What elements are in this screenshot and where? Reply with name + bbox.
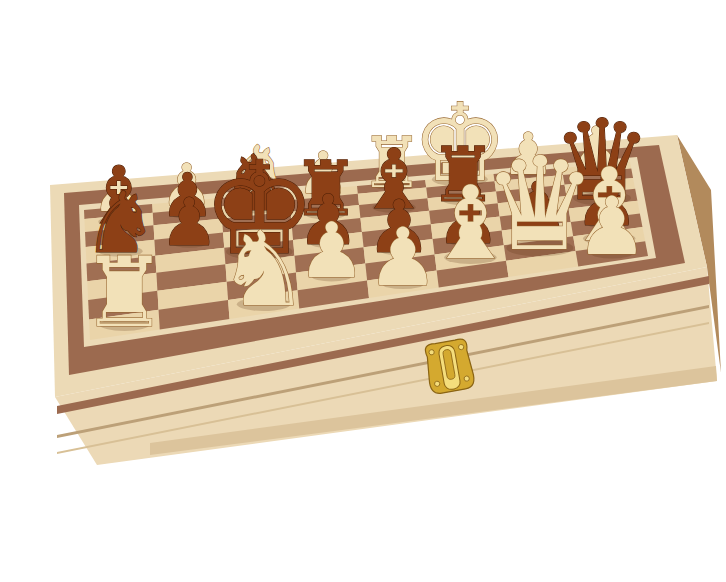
product-photo-chess-set: ♟♟♚♜♟♞♛♜♟♝♞♟♜♟♝♟♟♝♟♟♟♛♟♞♚♟♝♟♟♞♜ bbox=[0, 0, 726, 582]
piece-white-pawn-h1: ♟ bbox=[576, 180, 648, 273]
piece-white-rook-a1: ♜ bbox=[81, 236, 168, 349]
piece-white-pawn-e1: ♟ bbox=[367, 211, 439, 304]
chess-board-scene: ♟♟♚♜♟♞♛♜♟♝♞♟♜♟♝♟♟♝♟♟♟♛♟♞♚♟♝♟♟♞♜ bbox=[0, 0, 726, 582]
piece-white-knight-c1: ♞ bbox=[217, 209, 310, 329]
